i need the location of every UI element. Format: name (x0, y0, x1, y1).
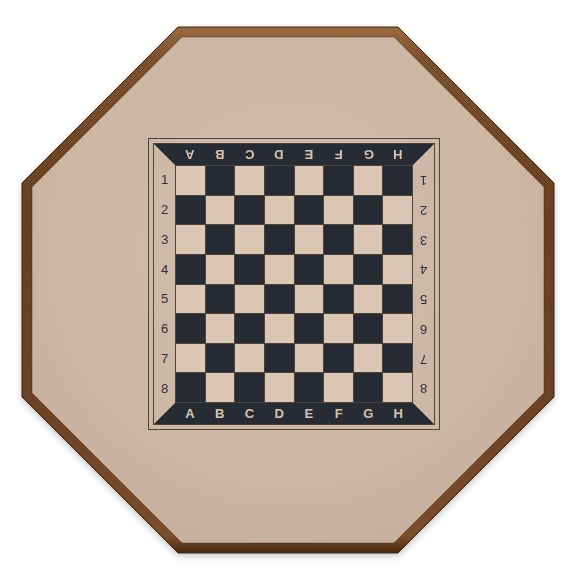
square-c8[interactable] (235, 373, 264, 402)
square-e7[interactable] (295, 344, 324, 373)
rank-label-5: 5 (154, 284, 175, 314)
square-c6[interactable] (235, 314, 264, 343)
square-a7[interactable] (176, 344, 205, 373)
square-c7[interactable] (235, 344, 264, 373)
file-label-f: F (324, 144, 354, 165)
rank-label-2: 2 (413, 195, 434, 225)
rank-labels-right: 12345678 (413, 165, 434, 403)
chessboard-grid (175, 165, 413, 403)
rank-label-6: 6 (413, 314, 434, 344)
square-e6[interactable] (295, 314, 324, 343)
square-b4[interactable] (206, 255, 235, 284)
square-d8[interactable] (265, 373, 294, 402)
file-label-f: F (324, 403, 354, 424)
square-g1[interactable] (354, 166, 383, 195)
rank-label-7: 7 (154, 344, 175, 374)
file-label-d: D (264, 144, 294, 165)
square-f6[interactable] (324, 314, 353, 343)
square-d5[interactable] (265, 285, 294, 314)
square-h3[interactable] (383, 225, 412, 254)
square-b6[interactable] (206, 314, 235, 343)
square-e8[interactable] (295, 373, 324, 402)
rank-label-8: 8 (413, 373, 434, 403)
square-f1[interactable] (324, 166, 353, 195)
square-a8[interactable] (176, 373, 205, 402)
square-e5[interactable] (295, 285, 324, 314)
file-label-e: E (294, 403, 324, 424)
square-e2[interactable] (295, 196, 324, 225)
square-c5[interactable] (235, 285, 264, 314)
square-h8[interactable] (383, 373, 412, 402)
square-f8[interactable] (324, 373, 353, 402)
square-c4[interactable] (235, 255, 264, 284)
square-a6[interactable] (176, 314, 205, 343)
rank-label-5: 5 (413, 284, 434, 314)
square-a2[interactable] (176, 196, 205, 225)
square-g7[interactable] (354, 344, 383, 373)
square-d6[interactable] (265, 314, 294, 343)
file-label-band-bottom: ABCDEFGH (154, 403, 434, 424)
square-c1[interactable] (235, 166, 264, 195)
rank-label-4: 4 (154, 254, 175, 284)
square-f4[interactable] (324, 255, 353, 284)
file-label-d: D (264, 403, 294, 424)
square-b8[interactable] (206, 373, 235, 402)
square-d4[interactable] (265, 255, 294, 284)
square-b2[interactable] (206, 196, 235, 225)
square-f5[interactable] (324, 285, 353, 314)
square-a3[interactable] (176, 225, 205, 254)
square-d1[interactable] (265, 166, 294, 195)
square-e1[interactable] (295, 166, 324, 195)
rank-label-1: 1 (413, 165, 434, 195)
square-e4[interactable] (295, 255, 324, 284)
square-g3[interactable] (354, 225, 383, 254)
rank-label-1: 1 (154, 165, 175, 195)
square-d2[interactable] (265, 196, 294, 225)
square-a1[interactable] (176, 166, 205, 195)
square-b5[interactable] (206, 285, 235, 314)
square-g4[interactable] (354, 255, 383, 284)
file-labels-bottom: ABCDEFGH (175, 403, 413, 424)
square-a5[interactable] (176, 285, 205, 314)
file-label-c: C (235, 403, 265, 424)
square-h5[interactable] (383, 285, 412, 314)
file-label-g: G (354, 403, 384, 424)
rank-labels-left: 12345678 (154, 165, 175, 403)
chessboard-frame: ABCDEFGH ABCDEFGH 12345678 12345678 (153, 143, 435, 425)
square-d7[interactable] (265, 344, 294, 373)
file-label-g: G (354, 144, 384, 165)
file-label-h: H (383, 144, 413, 165)
square-f2[interactable] (324, 196, 353, 225)
file-label-e: E (294, 144, 324, 165)
square-a4[interactable] (176, 255, 205, 284)
rank-label-4: 4 (413, 254, 434, 284)
square-h4[interactable] (383, 255, 412, 284)
rank-label-7: 7 (413, 344, 434, 374)
square-g6[interactable] (354, 314, 383, 343)
square-b3[interactable] (206, 225, 235, 254)
file-label-c: C (235, 144, 265, 165)
file-label-b: B (205, 144, 235, 165)
square-b7[interactable] (206, 344, 235, 373)
square-g8[interactable] (354, 373, 383, 402)
square-h2[interactable] (383, 196, 412, 225)
square-d3[interactable] (265, 225, 294, 254)
square-f7[interactable] (324, 344, 353, 373)
rank-label-2: 2 (154, 195, 175, 225)
square-g2[interactable] (354, 196, 383, 225)
square-h1[interactable] (383, 166, 412, 195)
file-label-h: H (383, 403, 413, 424)
rank-label-3: 3 (154, 225, 175, 255)
file-label-band-top: ABCDEFGH (154, 144, 434, 165)
square-g5[interactable] (354, 285, 383, 314)
chessboard-outer-pinstripe: ABCDEFGH ABCDEFGH 12345678 12345678 (148, 138, 440, 430)
file-labels-top: ABCDEFGH (175, 144, 413, 165)
file-label-a: A (175, 403, 205, 424)
square-h7[interactable] (383, 344, 412, 373)
square-b1[interactable] (206, 166, 235, 195)
square-f3[interactable] (324, 225, 353, 254)
rank-label-6: 6 (154, 314, 175, 344)
square-c3[interactable] (235, 225, 264, 254)
file-label-a: A (175, 144, 205, 165)
octagonal-game-table-photo: ABCDEFGH ABCDEFGH 12345678 12345678 (0, 0, 576, 576)
rank-label-3: 3 (413, 225, 434, 255)
square-c2[interactable] (235, 196, 264, 225)
file-label-b: B (205, 403, 235, 424)
rank-label-8: 8 (154, 373, 175, 403)
square-e3[interactable] (295, 225, 324, 254)
square-h6[interactable] (383, 314, 412, 343)
